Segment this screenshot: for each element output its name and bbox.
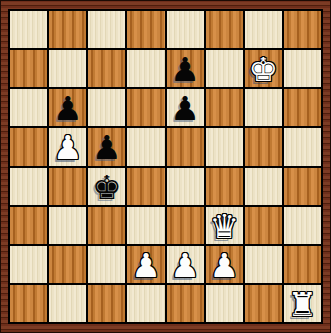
- square-h2[interactable]: [284, 246, 321, 283]
- square-g8[interactable]: [245, 11, 282, 48]
- square-e4[interactable]: [167, 168, 204, 205]
- square-a8[interactable]: [10, 11, 47, 48]
- square-d1[interactable]: [127, 285, 164, 322]
- square-d4[interactable]: [127, 168, 164, 205]
- square-c3[interactable]: [88, 207, 125, 244]
- square-e6[interactable]: ♟: [167, 89, 204, 126]
- square-c1[interactable]: [88, 285, 125, 322]
- square-a7[interactable]: [10, 50, 47, 87]
- square-c5[interactable]: ♟: [88, 128, 125, 165]
- square-f6[interactable]: [206, 89, 243, 126]
- square-d5[interactable]: [127, 128, 164, 165]
- black-pawn: ♟: [92, 131, 122, 164]
- square-c8[interactable]: [88, 11, 125, 48]
- square-h3[interactable]: [284, 207, 321, 244]
- square-a6[interactable]: [10, 89, 47, 126]
- white-pawn: ♟: [170, 249, 200, 282]
- square-e5[interactable]: [167, 128, 204, 165]
- black-king: ♚: [92, 171, 122, 204]
- square-e2[interactable]: ♟: [167, 246, 204, 283]
- square-f5[interactable]: [206, 128, 243, 165]
- square-b5[interactable]: ♟: [49, 128, 86, 165]
- square-h1[interactable]: ♜: [284, 285, 321, 322]
- square-g4[interactable]: [245, 168, 282, 205]
- square-g2[interactable]: [245, 246, 282, 283]
- board-frame: ♟♚♟♟♟♟♚♛♟♟♟♜: [0, 0, 331, 333]
- square-b7[interactable]: [49, 50, 86, 87]
- square-g5[interactable]: [245, 128, 282, 165]
- square-e3[interactable]: [167, 207, 204, 244]
- square-d2[interactable]: ♟: [127, 246, 164, 283]
- white-king: ♚: [249, 53, 279, 86]
- square-f2[interactable]: ♟: [206, 246, 243, 283]
- black-pawn: ♟: [170, 92, 200, 125]
- square-g3[interactable]: [245, 207, 282, 244]
- square-c7[interactable]: [88, 50, 125, 87]
- square-h4[interactable]: [284, 168, 321, 205]
- white-rook: ♜: [288, 288, 318, 321]
- square-b2[interactable]: [49, 246, 86, 283]
- square-a4[interactable]: [10, 168, 47, 205]
- white-pawn: ♟: [131, 249, 161, 282]
- white-pawn: ♟: [209, 249, 239, 282]
- square-c4[interactable]: ♚: [88, 168, 125, 205]
- square-f4[interactable]: [206, 168, 243, 205]
- square-c2[interactable]: [88, 246, 125, 283]
- square-c6[interactable]: [88, 89, 125, 126]
- square-d7[interactable]: [127, 50, 164, 87]
- white-pawn: ♟: [53, 131, 83, 164]
- square-a1[interactable]: [10, 285, 47, 322]
- square-a2[interactable]: [10, 246, 47, 283]
- square-f1[interactable]: [206, 285, 243, 322]
- square-f3[interactable]: ♛: [206, 207, 243, 244]
- chess-board: ♟♚♟♟♟♟♚♛♟♟♟♜: [8, 9, 323, 324]
- square-e1[interactable]: [167, 285, 204, 322]
- square-e7[interactable]: ♟: [167, 50, 204, 87]
- square-g1[interactable]: [245, 285, 282, 322]
- square-g7[interactable]: ♚: [245, 50, 282, 87]
- square-d3[interactable]: [127, 207, 164, 244]
- white-queen: ♛: [209, 210, 239, 243]
- square-a5[interactable]: [10, 128, 47, 165]
- square-h7[interactable]: [284, 50, 321, 87]
- black-pawn: ♟: [53, 92, 83, 125]
- square-d6[interactable]: [127, 89, 164, 126]
- square-h5[interactable]: [284, 128, 321, 165]
- square-g6[interactable]: [245, 89, 282, 126]
- black-pawn: ♟: [170, 53, 200, 86]
- square-d8[interactable]: [127, 11, 164, 48]
- square-b8[interactable]: [49, 11, 86, 48]
- square-f7[interactable]: [206, 50, 243, 87]
- square-b1[interactable]: [49, 285, 86, 322]
- square-h6[interactable]: [284, 89, 321, 126]
- square-h8[interactable]: [284, 11, 321, 48]
- square-b4[interactable]: [49, 168, 86, 205]
- square-e8[interactable]: [167, 11, 204, 48]
- square-f8[interactable]: [206, 11, 243, 48]
- square-a3[interactable]: [10, 207, 47, 244]
- square-b6[interactable]: ♟: [49, 89, 86, 126]
- square-b3[interactable]: [49, 207, 86, 244]
